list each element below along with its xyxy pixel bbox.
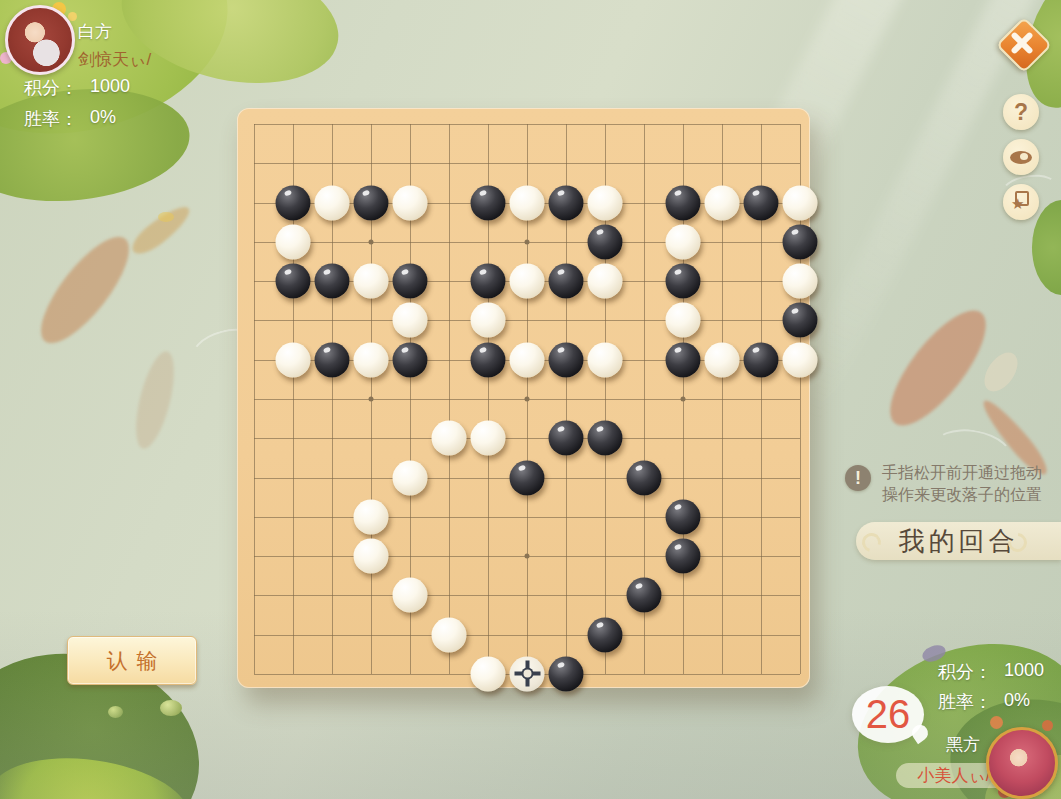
bookmark-button[interactable]: ★ xyxy=(1003,184,1039,220)
white-stone xyxy=(276,224,311,259)
exclamation-icon: ! xyxy=(845,465,871,491)
flower-decoration xyxy=(68,12,77,21)
question-icon: ? xyxy=(1014,101,1028,124)
my-turn-text: 我的回合 xyxy=(899,524,1019,559)
black-stone xyxy=(393,342,428,377)
white-stone xyxy=(354,264,389,299)
eye-icon xyxy=(1010,151,1032,164)
star-point xyxy=(525,239,530,244)
black-side-label: 黑方 xyxy=(946,733,980,756)
star-point xyxy=(525,554,530,559)
koi-fish-left-faint xyxy=(128,348,181,452)
black-stone xyxy=(276,185,311,220)
pending-stone-crosshair[interactable] xyxy=(510,656,545,691)
black-stone xyxy=(744,185,779,220)
white-stone xyxy=(354,342,389,377)
white-stone xyxy=(588,342,623,377)
game-screen: 白方 剑惊天ぃ/ 积分： 1000 胜率： 0% ? ★ ! 手指松开前开通过拖… xyxy=(0,0,1061,799)
close-button[interactable] xyxy=(999,20,1045,66)
black-stone xyxy=(549,656,584,691)
drag-tip-text: 手指松开前开通过拖动 操作来更改落子的位置 xyxy=(878,462,1046,506)
white-stone xyxy=(666,303,701,338)
black-score-label: 积分： xyxy=(938,660,992,684)
star-point xyxy=(369,239,374,244)
star-point xyxy=(525,396,530,401)
white-stone xyxy=(783,342,818,377)
black-stone xyxy=(744,342,779,377)
white-stone xyxy=(588,264,623,299)
black-stone xyxy=(276,264,311,299)
black-winrate-value: 0% xyxy=(1004,690,1030,714)
view-button[interactable] xyxy=(1003,139,1039,175)
grid-line xyxy=(254,517,800,518)
black-stone xyxy=(549,342,584,377)
drag-tip-line2: 操作来更改落子的位置 xyxy=(878,484,1046,506)
white-stone xyxy=(393,578,428,613)
white-score-label: 积分： xyxy=(24,76,78,100)
white-stone xyxy=(510,342,545,377)
black-stone xyxy=(393,264,428,299)
move-timer-bubble: 26 xyxy=(852,686,924,743)
black-stone xyxy=(783,303,818,338)
my-turn-banner: 我的回合 xyxy=(856,522,1061,560)
black-stone xyxy=(627,578,662,613)
grid-line xyxy=(254,595,800,596)
white-stone xyxy=(471,421,506,456)
black-stone xyxy=(510,460,545,495)
black-player-name: 小美人ぃ/ xyxy=(917,764,990,787)
white-winrate-label: 胜率： xyxy=(24,107,78,131)
star-point xyxy=(681,396,686,401)
white-score-value: 1000 xyxy=(90,76,130,100)
resign-button[interactable]: 认输 xyxy=(67,636,197,685)
white-stone xyxy=(393,303,428,338)
black-stone xyxy=(588,224,623,259)
white-stone xyxy=(315,185,350,220)
black-score-value: 1000 xyxy=(1004,660,1044,684)
help-button[interactable]: ? xyxy=(1003,94,1039,130)
black-stone xyxy=(549,421,584,456)
white-stone xyxy=(432,617,467,652)
white-player-name: 剑惊天ぃ/ xyxy=(78,48,151,71)
medal-icon: ★ xyxy=(1014,191,1028,213)
crosshair-icon xyxy=(514,661,540,687)
star-point xyxy=(369,396,374,401)
white-stone xyxy=(354,499,389,534)
white-stone xyxy=(588,185,623,220)
white-stone xyxy=(276,342,311,377)
black-stone xyxy=(666,185,701,220)
black-player-avatar[interactable] xyxy=(986,727,1058,799)
black-stone xyxy=(783,224,818,259)
white-stone xyxy=(705,185,740,220)
black-stone xyxy=(666,342,701,377)
black-stone xyxy=(471,185,506,220)
black-stone xyxy=(315,342,350,377)
black-stone xyxy=(315,264,350,299)
resign-button-label: 认输 xyxy=(98,647,167,675)
white-stone xyxy=(354,539,389,574)
black-stone xyxy=(666,499,701,534)
lily-pad xyxy=(1032,200,1061,295)
grid-line xyxy=(254,438,800,439)
white-stone xyxy=(783,185,818,220)
black-stone xyxy=(549,185,584,220)
black-stone xyxy=(588,617,623,652)
white-stone xyxy=(393,185,428,220)
black-stone xyxy=(471,264,506,299)
board-grid[interactable] xyxy=(254,124,800,674)
white-stone xyxy=(471,656,506,691)
cloud-swirl-icon xyxy=(859,530,885,556)
white-stone xyxy=(393,460,428,495)
white-stone xyxy=(666,224,701,259)
white-stone xyxy=(432,421,467,456)
black-stone xyxy=(666,539,701,574)
white-stone xyxy=(471,303,506,338)
black-stone xyxy=(666,264,701,299)
white-player-avatar[interactable] xyxy=(5,5,75,75)
white-stone xyxy=(510,185,545,220)
black-stone xyxy=(471,342,506,377)
white-stone xyxy=(783,264,818,299)
black-stone xyxy=(627,460,662,495)
drag-tip-line1: 手指松开前开通过拖动 xyxy=(878,462,1046,484)
black-winrate-label: 胜率： xyxy=(938,690,992,714)
black-stone xyxy=(354,185,389,220)
gomoku-board[interactable] xyxy=(237,108,810,688)
white-side-label: 白方 xyxy=(78,20,112,43)
white-winrate-value: 0% xyxy=(90,107,116,131)
white-stone xyxy=(705,342,740,377)
white-stone xyxy=(510,264,545,299)
timer-seconds: 26 xyxy=(866,692,911,737)
black-stone xyxy=(588,421,623,456)
black-stone xyxy=(549,264,584,299)
grid-line xyxy=(254,635,800,636)
